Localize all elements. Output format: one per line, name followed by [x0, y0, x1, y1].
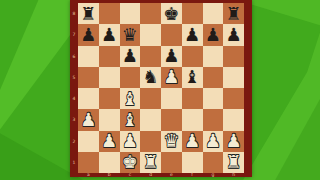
square-c5[interactable] [120, 67, 141, 88]
square-f8[interactable] [182, 3, 203, 24]
file-label-g: g [203, 173, 224, 177]
piece-white-pawn-h2[interactable]: ♟ [223, 131, 244, 152]
square-a6[interactable] [78, 46, 99, 67]
square-f4[interactable] [182, 88, 203, 109]
square-b8[interactable] [99, 3, 120, 24]
file-label-f: f [182, 173, 203, 177]
square-h7[interactable]: ♟ [223, 24, 244, 45]
square-e8[interactable]: ♚ [161, 3, 182, 24]
chess-board: 87654321 ♜♚♜♟♟♛♟♟♟♟♟♞♟♝♝♟♝♟♟♛♟♟♟♚♜♜ abcd… [70, 0, 252, 177]
square-h1[interactable]: ♜ [223, 152, 244, 173]
piece-white-pawn-b2[interactable]: ♟ [99, 131, 120, 152]
square-e4[interactable] [161, 88, 182, 109]
piece-white-pawn-f2[interactable]: ♟ [182, 131, 203, 152]
square-f3[interactable] [182, 109, 203, 130]
piece-white-pawn-g2[interactable]: ♟ [203, 131, 224, 152]
square-b3[interactable] [99, 109, 120, 130]
piece-white-rook-h1[interactable]: ♜ [223, 152, 244, 173]
square-c6[interactable]: ♟ [120, 46, 141, 67]
board-grid: ♜♚♜♟♟♛♟♟♟♟♟♞♟♝♝♟♝♟♟♛♟♟♟♚♜♜ [78, 3, 244, 173]
piece-black-king-e8[interactable]: ♚ [161, 3, 182, 24]
square-d5[interactable]: ♞ [140, 67, 161, 88]
square-c8[interactable] [120, 3, 141, 24]
square-b2[interactable]: ♟ [99, 131, 120, 152]
square-e1[interactable] [161, 152, 182, 173]
piece-black-pawn-b7[interactable]: ♟ [99, 24, 120, 45]
square-b6[interactable] [99, 46, 120, 67]
piece-white-queen-e2[interactable]: ♛ [161, 131, 182, 152]
square-b5[interactable] [99, 67, 120, 88]
file-label-b: b [99, 173, 120, 177]
piece-black-pawn-f7[interactable]: ♟ [182, 24, 203, 45]
piece-white-bishop-c4[interactable]: ♝ [120, 88, 141, 109]
square-d7[interactable] [140, 24, 161, 45]
square-e5[interactable]: ♟ [161, 67, 182, 88]
rank-label-2: 2 [70, 131, 78, 152]
square-d2[interactable] [140, 131, 161, 152]
square-f5[interactable]: ♝ [182, 67, 203, 88]
square-g2[interactable]: ♟ [203, 131, 224, 152]
square-h2[interactable]: ♟ [223, 131, 244, 152]
square-c7[interactable]: ♛ [120, 24, 141, 45]
piece-black-knight-d5[interactable]: ♞ [140, 67, 161, 88]
file-label-h: h [223, 173, 244, 177]
rank-label-7: 7 [70, 24, 78, 45]
rank-label-1: 1 [70, 152, 78, 173]
square-a7[interactable]: ♟ [78, 24, 99, 45]
piece-white-rook-d1[interactable]: ♜ [140, 152, 161, 173]
rank-label-3: 3 [70, 109, 78, 130]
square-c2[interactable]: ♟ [120, 131, 141, 152]
square-h5[interactable] [223, 67, 244, 88]
square-d1[interactable]: ♜ [140, 152, 161, 173]
piece-black-rook-h8[interactable]: ♜ [223, 3, 244, 24]
square-g5[interactable] [203, 67, 224, 88]
piece-white-king-c1[interactable]: ♚ [120, 152, 141, 173]
piece-black-rook-a8[interactable]: ♜ [78, 3, 99, 24]
square-b7[interactable]: ♟ [99, 24, 120, 45]
square-d3[interactable] [140, 109, 161, 130]
rank-labels: 87654321 [70, 3, 78, 173]
square-a1[interactable] [78, 152, 99, 173]
square-d4[interactable] [140, 88, 161, 109]
square-a5[interactable] [78, 67, 99, 88]
square-c1[interactable]: ♚ [120, 152, 141, 173]
square-d8[interactable] [140, 3, 161, 24]
piece-white-pawn-c2[interactable]: ♟ [120, 131, 141, 152]
file-label-e: e [161, 173, 182, 177]
square-h8[interactable]: ♜ [223, 3, 244, 24]
rank-label-6: 6 [70, 46, 78, 67]
rank-label-8: 8 [70, 3, 78, 24]
background: 87654321 ♜♚♜♟♟♛♟♟♟♟♟♞♟♝♝♟♝♟♟♛♟♟♟♚♜♜ abcd… [0, 0, 320, 180]
square-g3[interactable] [203, 109, 224, 130]
file-label-c: c [120, 173, 141, 177]
piece-black-pawn-c6[interactable]: ♟ [120, 46, 141, 67]
piece-white-pawn-a3[interactable]: ♟ [78, 109, 99, 130]
square-a3[interactable]: ♟ [78, 109, 99, 130]
square-f2[interactable]: ♟ [182, 131, 203, 152]
square-f6[interactable] [182, 46, 203, 67]
square-g7[interactable]: ♟ [203, 24, 224, 45]
piece-black-pawn-e6[interactable]: ♟ [161, 46, 182, 67]
piece-black-queen-c7[interactable]: ♛ [120, 24, 141, 45]
square-a8[interactable]: ♜ [78, 3, 99, 24]
square-h3[interactable] [223, 109, 244, 130]
piece-black-pawn-h7[interactable]: ♟ [223, 24, 244, 45]
square-e3[interactable] [161, 109, 182, 130]
square-f7[interactable]: ♟ [182, 24, 203, 45]
square-c4[interactable]: ♝ [120, 88, 141, 109]
piece-white-bishop-c3[interactable]: ♝ [120, 109, 141, 130]
square-b1[interactable] [99, 152, 120, 173]
square-h4[interactable] [223, 88, 244, 109]
square-e7[interactable] [161, 24, 182, 45]
square-e2[interactable]: ♛ [161, 131, 182, 152]
file-labels: abcdefgh [78, 173, 244, 177]
piece-white-pawn-e5[interactable]: ♟ [161, 67, 182, 88]
square-g4[interactable] [203, 88, 224, 109]
file-label-d: d [140, 173, 161, 177]
file-label-a: a [78, 173, 99, 177]
square-g6[interactable] [203, 46, 224, 67]
rank-label-5: 5 [70, 67, 78, 88]
square-g8[interactable] [203, 3, 224, 24]
square-g1[interactable] [203, 152, 224, 173]
square-a4[interactable] [78, 88, 99, 109]
piece-black-bishop-f5[interactable]: ♝ [182, 67, 203, 88]
square-c3[interactable]: ♝ [120, 109, 141, 130]
square-d6[interactable] [140, 46, 161, 67]
rank-label-4: 4 [70, 88, 78, 109]
square-a2[interactable] [78, 131, 99, 152]
piece-black-pawn-a7[interactable]: ♟ [78, 24, 99, 45]
piece-black-pawn-g7[interactable]: ♟ [203, 24, 224, 45]
square-e6[interactable]: ♟ [161, 46, 182, 67]
square-b4[interactable] [99, 88, 120, 109]
square-f1[interactable] [182, 152, 203, 173]
square-h6[interactable] [223, 46, 244, 67]
